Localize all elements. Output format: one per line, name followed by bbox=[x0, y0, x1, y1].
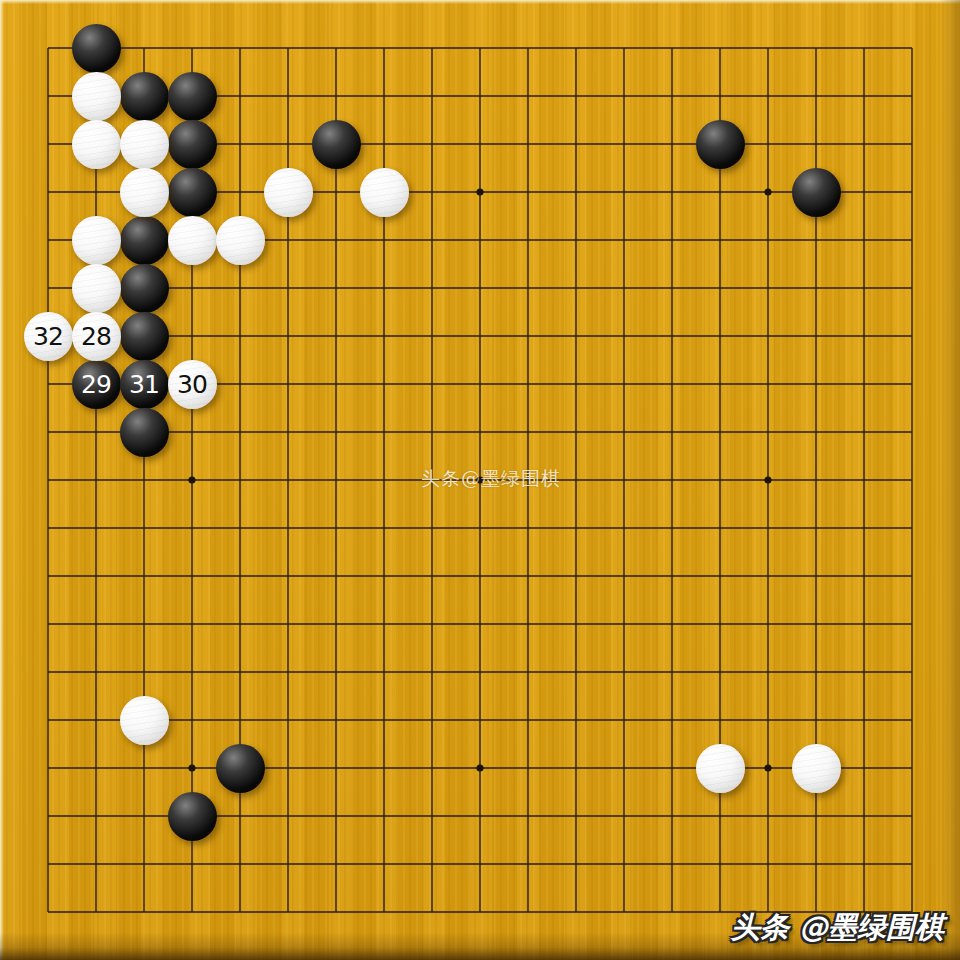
white-stone-h16 bbox=[360, 168, 409, 217]
black-stone-b12: 29 bbox=[72, 360, 121, 409]
white-stone-e15 bbox=[216, 216, 265, 265]
white-stone-d12: 30 bbox=[168, 360, 217, 409]
black-stone-c14 bbox=[120, 264, 169, 313]
white-stone-b13: 28 bbox=[72, 312, 121, 361]
brand-prefix: 头条 bbox=[731, 910, 789, 944]
black-stone-d3 bbox=[168, 792, 217, 841]
white-stone-r4 bbox=[792, 744, 841, 793]
black-stone-p17 bbox=[696, 120, 745, 169]
white-stone-c5 bbox=[120, 696, 169, 745]
center-watermark: 头条@墨绿围棋 bbox=[421, 466, 561, 492]
black-stone-b19 bbox=[72, 24, 121, 73]
black-stone-c12: 31 bbox=[120, 360, 169, 409]
black-stone-d16 bbox=[168, 168, 217, 217]
move-number-label: 30 bbox=[177, 372, 207, 397]
brand-watermark: 头条@墨绿围棋 bbox=[731, 908, 944, 948]
move-number-label: 32 bbox=[33, 324, 63, 349]
black-stone-d17 bbox=[168, 120, 217, 169]
white-stone-b14 bbox=[72, 264, 121, 313]
move-number-label: 29 bbox=[81, 372, 111, 397]
black-stone-c11 bbox=[120, 408, 169, 457]
brand-handle: @墨绿围棋 bbox=[799, 910, 944, 944]
black-stone-e4 bbox=[216, 744, 265, 793]
black-stone-c13 bbox=[120, 312, 169, 361]
move-number-label: 31 bbox=[129, 372, 159, 397]
white-stone-b18 bbox=[72, 72, 121, 121]
black-stone-c18 bbox=[120, 72, 169, 121]
white-stone-p4 bbox=[696, 744, 745, 793]
white-stone-c16 bbox=[120, 168, 169, 217]
white-stone-a13: 32 bbox=[24, 312, 73, 361]
black-stone-g17 bbox=[312, 120, 361, 169]
white-stone-b17 bbox=[72, 120, 121, 169]
white-stone-c17 bbox=[120, 120, 169, 169]
white-stone-d15 bbox=[168, 216, 217, 265]
black-stone-d18 bbox=[168, 72, 217, 121]
white-stone-f16 bbox=[264, 168, 313, 217]
white-stone-b15 bbox=[72, 216, 121, 265]
black-stone-r16 bbox=[792, 168, 841, 217]
black-stone-c15 bbox=[120, 216, 169, 265]
move-number-label: 28 bbox=[81, 324, 111, 349]
